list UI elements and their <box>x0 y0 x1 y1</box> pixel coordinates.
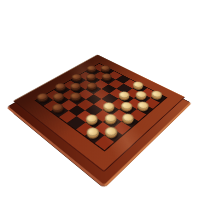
checkers-board <box>13 54 185 172</box>
photo-background <box>0 0 200 200</box>
checker-piece-dark[interactable] <box>68 95 83 104</box>
